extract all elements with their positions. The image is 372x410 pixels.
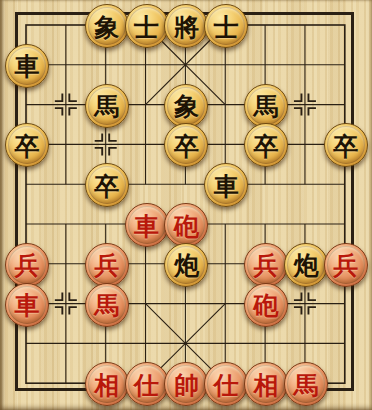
- piece-glyph: 卒: [94, 174, 119, 199]
- piece-red-advisor-r9c5[interactable]: 仕: [204, 362, 248, 406]
- piece-glyph: 馬: [94, 293, 119, 318]
- piece-red-chariot-r5c3[interactable]: 車: [125, 203, 169, 247]
- piece-black-soldier-r3c0[interactable]: 卒: [5, 123, 49, 167]
- piece-glyph: 兵: [254, 253, 279, 278]
- piece-glyph: 相: [94, 373, 119, 398]
- piece-glyph: 炮: [293, 253, 318, 278]
- piece-black-cannon-r6c4[interactable]: 炮: [164, 243, 208, 287]
- piece-red-soldier-r6c2[interactable]: 兵: [85, 243, 129, 287]
- piece-black-soldier-r4c2[interactable]: 卒: [85, 163, 129, 207]
- piece-black-advisor-r0c3[interactable]: 士: [125, 4, 169, 48]
- piece-red-horse-r9c7[interactable]: 馬: [284, 362, 328, 406]
- piece-glyph: 卒: [333, 134, 358, 159]
- piece-black-soldier-r3c4[interactable]: 卒: [164, 123, 208, 167]
- piece-glyph: 兵: [94, 253, 119, 278]
- piece-glyph: 馬: [293, 373, 318, 398]
- piece-black-soldier-r3c6[interactable]: 卒: [244, 123, 288, 167]
- piece-red-cannon-r5c4[interactable]: 砲: [164, 203, 208, 247]
- piece-red-horse-r7c2[interactable]: 馬: [85, 283, 129, 327]
- piece-glyph: 仕: [214, 373, 239, 398]
- piece-black-king-r0c4[interactable]: 將: [164, 4, 208, 48]
- piece-black-elephant-r2c4[interactable]: 象: [164, 84, 208, 128]
- piece-glyph: 砲: [254, 293, 279, 318]
- piece-red-elephant-r9c6[interactable]: 相: [244, 362, 288, 406]
- xiangqi-board[interactable]: 象士將士車馬象馬卒卒卒卒卒車車砲兵兵炮兵炮兵車馬砲相仕帥仕相馬: [0, 0, 372, 410]
- piece-glyph: 兵: [333, 253, 358, 278]
- piece-red-king-r9c4[interactable]: 帥: [164, 362, 208, 406]
- piece-glyph: 兵: [15, 253, 40, 278]
- piece-glyph: 炮: [174, 253, 199, 278]
- piece-black-horse-r2c6[interactable]: 馬: [244, 84, 288, 128]
- piece-glyph: 車: [15, 293, 40, 318]
- piece-glyph: 象: [94, 15, 119, 40]
- piece-black-chariot-r1c0[interactable]: 車: [5, 44, 49, 88]
- piece-glyph: 車: [15, 54, 40, 79]
- piece-glyph: 馬: [94, 94, 119, 119]
- piece-glyph: 馬: [254, 94, 279, 119]
- piece-red-cannon-r7c6[interactable]: 砲: [244, 283, 288, 327]
- piece-red-soldier-r6c8[interactable]: 兵: [324, 243, 368, 287]
- piece-glyph: 士: [214, 15, 239, 40]
- piece-glyph: 將: [174, 15, 199, 40]
- piece-black-chariot-r4c5[interactable]: 車: [204, 163, 248, 207]
- piece-red-elephant-r9c2[interactable]: 相: [85, 362, 129, 406]
- piece-glyph: 卒: [254, 134, 279, 159]
- piece-black-cannon-r6c7[interactable]: 炮: [284, 243, 328, 287]
- piece-glyph: 砲: [174, 214, 199, 239]
- piece-glyph: 卒: [174, 134, 199, 159]
- piece-red-soldier-r6c0[interactable]: 兵: [5, 243, 49, 287]
- pieces-layer: 象士將士車馬象馬卒卒卒卒卒車車砲兵兵炮兵炮兵車馬砲相仕帥仕相馬: [0, 0, 372, 410]
- piece-glyph: 象: [174, 94, 199, 119]
- piece-black-soldier-r3c8[interactable]: 卒: [324, 123, 368, 167]
- piece-black-horse-r2c2[interactable]: 馬: [85, 84, 129, 128]
- piece-glyph: 車: [134, 214, 159, 239]
- piece-glyph: 帥: [174, 373, 199, 398]
- piece-glyph: 士: [134, 15, 159, 40]
- piece-glyph: 仕: [134, 373, 159, 398]
- piece-red-chariot-r7c0[interactable]: 車: [5, 283, 49, 327]
- piece-black-advisor-r0c5[interactable]: 士: [204, 4, 248, 48]
- piece-black-elephant-r0c2[interactable]: 象: [85, 4, 129, 48]
- piece-glyph: 車: [214, 174, 239, 199]
- piece-red-soldier-r6c6[interactable]: 兵: [244, 243, 288, 287]
- piece-red-advisor-r9c3[interactable]: 仕: [125, 362, 169, 406]
- piece-glyph: 相: [254, 373, 279, 398]
- piece-glyph: 卒: [15, 134, 40, 159]
